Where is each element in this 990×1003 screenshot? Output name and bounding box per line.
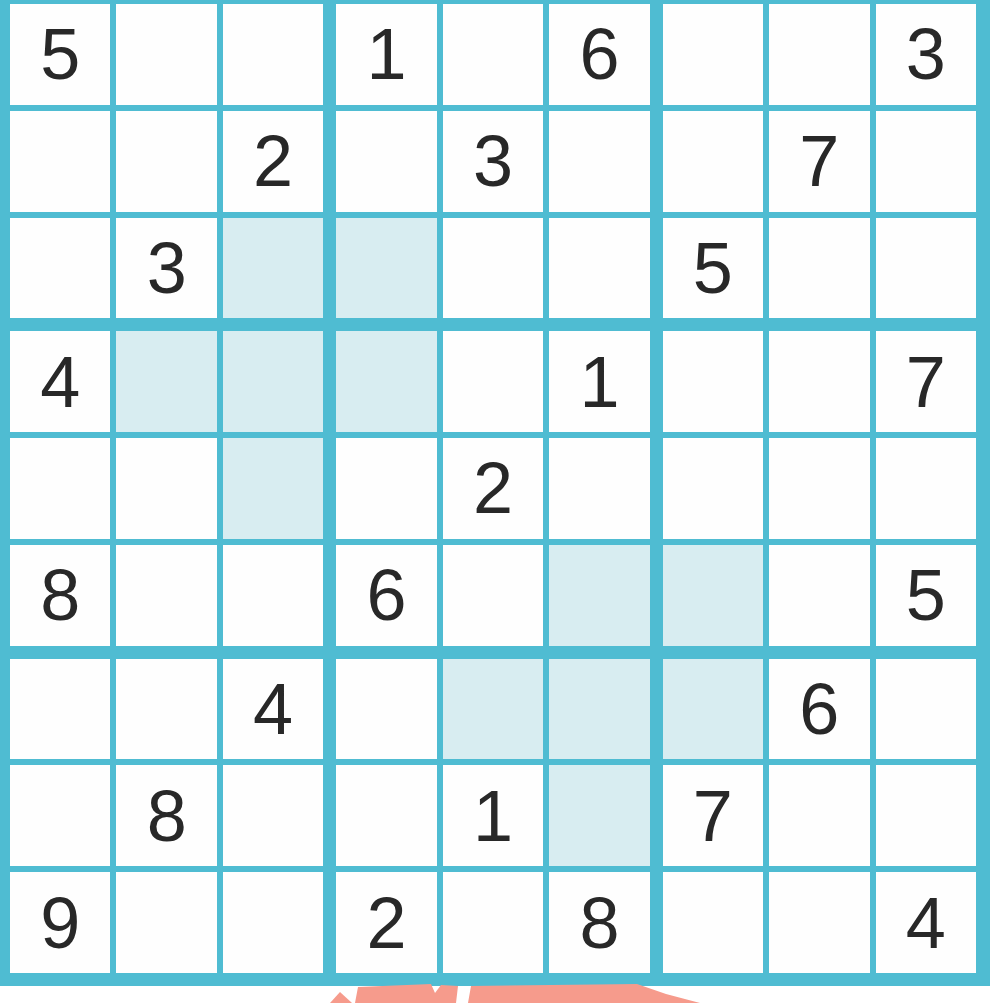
cell-r4c6[interactable]: 1 bbox=[549, 331, 649, 432]
box-r1c3: 375 bbox=[663, 4, 976, 318]
box-r2c2: 126 bbox=[336, 331, 649, 645]
cell-r1c9[interactable]: 3 bbox=[876, 4, 976, 105]
cell-r7c3[interactable]: 4 bbox=[223, 659, 323, 760]
cell-r4c2[interactable] bbox=[116, 331, 216, 432]
cell-r8c6[interactable] bbox=[549, 765, 649, 866]
watermark-logo bbox=[330, 984, 705, 1003]
cell-r5c5[interactable]: 2 bbox=[443, 438, 543, 539]
cell-r2c8[interactable]: 7 bbox=[769, 111, 869, 212]
cell-r1c6[interactable]: 6 bbox=[549, 4, 649, 105]
cell-r4c1[interactable]: 4 bbox=[10, 331, 110, 432]
cell-r3c6[interactable] bbox=[549, 218, 649, 319]
cell-r4c3[interactable] bbox=[223, 331, 323, 432]
cell-r7c8[interactable]: 6 bbox=[769, 659, 869, 760]
cell-r8c9[interactable] bbox=[876, 765, 976, 866]
cell-r1c1[interactable]: 5 bbox=[10, 4, 110, 105]
cell-r3c4[interactable] bbox=[336, 218, 436, 319]
box-r3c2: 128 bbox=[336, 659, 649, 973]
box-r1c2: 163 bbox=[336, 4, 649, 318]
cell-r6c4[interactable]: 6 bbox=[336, 545, 436, 646]
box-r2c1: 48 bbox=[10, 331, 323, 645]
cell-r5c2[interactable] bbox=[116, 438, 216, 539]
cell-r4c4[interactable] bbox=[336, 331, 436, 432]
cell-r7c4[interactable] bbox=[336, 659, 436, 760]
sudoku-board: 5231633754812675489128674 bbox=[0, 0, 990, 986]
cell-r8c1[interactable] bbox=[10, 765, 110, 866]
box-r3c1: 489 bbox=[10, 659, 323, 973]
cell-r4c5[interactable] bbox=[443, 331, 543, 432]
cell-r7c7[interactable] bbox=[663, 659, 763, 760]
cell-r9c8[interactable] bbox=[769, 872, 869, 973]
cell-r5c9[interactable] bbox=[876, 438, 976, 539]
cell-r4c7[interactable] bbox=[663, 331, 763, 432]
cell-r9c9[interactable]: 4 bbox=[876, 872, 976, 973]
cell-r4c8[interactable] bbox=[769, 331, 869, 432]
cell-r2c9[interactable] bbox=[876, 111, 976, 212]
cell-r2c4[interactable] bbox=[336, 111, 436, 212]
cell-r5c3[interactable] bbox=[223, 438, 323, 539]
cell-r7c6[interactable] bbox=[549, 659, 649, 760]
cell-r9c3[interactable] bbox=[223, 872, 323, 973]
cell-r1c2[interactable] bbox=[116, 4, 216, 105]
cell-r3c2[interactable]: 3 bbox=[116, 218, 216, 319]
cell-r9c7[interactable] bbox=[663, 872, 763, 973]
cell-r7c2[interactable] bbox=[116, 659, 216, 760]
cell-r9c2[interactable] bbox=[116, 872, 216, 973]
cell-r1c3[interactable] bbox=[223, 4, 323, 105]
cell-r7c5[interactable] bbox=[443, 659, 543, 760]
cell-r8c7[interactable]: 7 bbox=[663, 765, 763, 866]
box-r2c3: 75 bbox=[663, 331, 976, 645]
cell-r5c8[interactable] bbox=[769, 438, 869, 539]
cell-r5c7[interactable] bbox=[663, 438, 763, 539]
cell-r5c1[interactable] bbox=[10, 438, 110, 539]
cell-r5c4[interactable] bbox=[336, 438, 436, 539]
cell-r8c5[interactable]: 1 bbox=[443, 765, 543, 866]
cell-r2c2[interactable] bbox=[116, 111, 216, 212]
cell-r6c9[interactable]: 5 bbox=[876, 545, 976, 646]
cell-r2c5[interactable]: 3 bbox=[443, 111, 543, 212]
cell-r2c7[interactable] bbox=[663, 111, 763, 212]
cell-r3c3[interactable] bbox=[223, 218, 323, 319]
cell-r1c7[interactable] bbox=[663, 4, 763, 105]
cell-r3c7[interactable]: 5 bbox=[663, 218, 763, 319]
cell-r1c5[interactable] bbox=[443, 4, 543, 105]
cell-r7c9[interactable] bbox=[876, 659, 976, 760]
cell-r3c9[interactable] bbox=[876, 218, 976, 319]
cell-r2c3[interactable]: 2 bbox=[223, 111, 323, 212]
cell-r6c5[interactable] bbox=[443, 545, 543, 646]
cell-r3c8[interactable] bbox=[769, 218, 869, 319]
cell-r1c4[interactable]: 1 bbox=[336, 4, 436, 105]
cell-r3c1[interactable] bbox=[10, 218, 110, 319]
cell-r6c6[interactable] bbox=[549, 545, 649, 646]
cell-r3c5[interactable] bbox=[443, 218, 543, 319]
cell-r9c1[interactable]: 9 bbox=[10, 872, 110, 973]
cell-r9c5[interactable] bbox=[443, 872, 543, 973]
cell-r7c1[interactable] bbox=[10, 659, 110, 760]
cell-r4c9[interactable]: 7 bbox=[876, 331, 976, 432]
cell-r8c2[interactable]: 8 bbox=[116, 765, 216, 866]
cell-r6c1[interactable]: 8 bbox=[10, 545, 110, 646]
cell-r8c8[interactable] bbox=[769, 765, 869, 866]
cell-r9c6[interactable]: 8 bbox=[549, 872, 649, 973]
box-r3c3: 674 bbox=[663, 659, 976, 973]
cell-r6c7[interactable] bbox=[663, 545, 763, 646]
cell-r8c3[interactable] bbox=[223, 765, 323, 866]
cell-r5c6[interactable] bbox=[549, 438, 649, 539]
cell-r6c8[interactable] bbox=[769, 545, 869, 646]
cell-r1c8[interactable] bbox=[769, 4, 869, 105]
box-r1c1: 523 bbox=[10, 4, 323, 318]
cell-r2c1[interactable] bbox=[10, 111, 110, 212]
cell-r6c2[interactable] bbox=[116, 545, 216, 646]
cell-r6c3[interactable] bbox=[223, 545, 323, 646]
cell-r9c4[interactable]: 2 bbox=[336, 872, 436, 973]
cell-r2c6[interactable] bbox=[549, 111, 649, 212]
cell-r8c4[interactable] bbox=[336, 765, 436, 866]
